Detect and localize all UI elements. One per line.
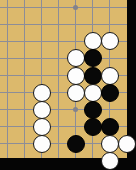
stone-black-R6[interactable] [84,67,102,85]
stone-black-S3[interactable] [101,118,119,136]
stone-white-R5[interactable] [84,84,102,102]
stone-black-S5[interactable] [101,84,119,102]
grid-line-row-4 [0,109,127,110]
stone-white-O3[interactable] [33,118,51,136]
stone-white-Q6[interactable] [67,67,85,85]
star-point-Q4 [73,107,78,112]
grid-line-row-7 [0,58,127,59]
stone-white-T2[interactable] [118,135,136,153]
stone-black-R7[interactable] [84,49,102,67]
stone-white-O4[interactable] [33,101,51,119]
go-board[interactable] [0,0,136,170]
grid-line-row-9 [0,24,127,25]
stone-white-S6[interactable] [101,67,119,85]
stone-black-R3[interactable] [84,118,102,136]
stone-white-Q5[interactable] [67,84,85,102]
stone-white-O5[interactable] [33,84,51,102]
stone-white-O2[interactable] [33,135,51,153]
stone-white-R8[interactable] [84,32,102,50]
stone-white-S2[interactable] [101,135,119,153]
screenshot [0,0,136,170]
star-point-Q10 [73,5,78,10]
stone-white-Q7[interactable] [67,49,85,67]
stone-black-Q2[interactable] [67,135,85,153]
stone-white-S1[interactable] [101,152,119,170]
stone-black-R4[interactable] [84,101,102,119]
grid-line-row-10 [0,7,127,8]
stone-white-S8[interactable] [101,32,119,50]
